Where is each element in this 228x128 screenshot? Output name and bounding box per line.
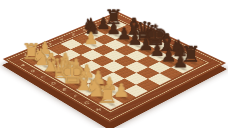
piece-white-P-b5: ♟ bbox=[83, 31, 98, 48]
board-frame: ♜♝♛♚♝♞♜♟♟♟♟♟♟♟♟♞♟♟♟♟♟♟♟♟♜♞♝♛♚♝♞♜ ABCDEFG… bbox=[3, 12, 226, 123]
rank-label-6: 6 bbox=[78, 26, 91, 33]
piece-white-R-h1: ♜ bbox=[97, 83, 119, 107]
chess-board: ♜♝♛♚♝♞♜♟♟♟♟♟♟♟♟♞♟♟♟♟♟♟♟♟♜♞♝♛♚♝♞♜ ABCDEFG… bbox=[3, 12, 226, 123]
piece-black-P-h7: ♟ bbox=[173, 53, 189, 70]
chess-set-photo: ♜♝♛♚♝♞♜♟♟♟♟♟♟♟♟♞♟♟♟♟♟♟♟♟♜♞♝♛♚♝♞♜ ABCDEFG… bbox=[0, 0, 228, 128]
rank-label-4: 4 bbox=[55, 35, 68, 42]
rank-label-8: 8 bbox=[101, 17, 113, 24]
rank-label-7: 7 bbox=[90, 21, 102, 28]
rank-label-5: 5 bbox=[67, 31, 80, 38]
squares-grid: ♜♝♛♚♝♞♜♟♟♟♟♟♟♟♟♞♟♟♟♟♟♟♟♟♜♞♝♛♚♝♞♜ bbox=[24, 20, 205, 110]
